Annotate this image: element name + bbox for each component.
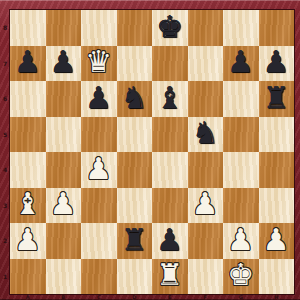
square-a5[interactable]	[10, 117, 46, 153]
piece-white-queen-c7[interactable]: ♛	[85, 47, 112, 77]
rank-label-7: 7	[0, 46, 10, 82]
chess-board: ♚♟♟♛♟♟♟♞♝♜♞♟♝♟♟♟♜♟♟♟♜♚	[10, 10, 294, 294]
square-e8[interactable]: ♚	[152, 10, 188, 46]
square-b4[interactable]	[46, 152, 82, 188]
square-b7[interactable]: ♟	[46, 46, 82, 82]
chess-board-frame: ♚♟♟♛♟♟♟♞♝♜♞♟♝♟♟♟♜♟♟♟♜♚ 87654321 ABCDEFGH	[0, 0, 300, 300]
file-label-b: B	[46, 294, 82, 300]
piece-black-knight-f5[interactable]: ♞	[192, 118, 219, 148]
square-h7[interactable]: ♟	[259, 46, 295, 82]
piece-white-pawn-f3[interactable]: ♟	[192, 189, 219, 219]
piece-black-bishop-e6[interactable]: ♝	[156, 83, 183, 113]
rank-label-6: 6	[0, 81, 10, 117]
square-f8[interactable]	[188, 10, 224, 46]
square-d6[interactable]: ♞	[117, 81, 153, 117]
file-label-c: C	[81, 294, 117, 300]
file-label-f: F	[188, 294, 224, 300]
square-b3[interactable]: ♟	[46, 188, 82, 224]
square-f1[interactable]	[188, 259, 224, 295]
square-h4[interactable]	[259, 152, 295, 188]
square-b1[interactable]	[46, 259, 82, 295]
square-c4[interactable]: ♟	[81, 152, 117, 188]
square-a6[interactable]	[10, 81, 46, 117]
piece-white-pawn-a2[interactable]: ♟	[14, 225, 41, 255]
square-h3[interactable]	[259, 188, 295, 224]
square-g7[interactable]: ♟	[223, 46, 259, 82]
piece-black-king-e8[interactable]: ♚	[156, 12, 183, 42]
square-g3[interactable]	[223, 188, 259, 224]
square-f2[interactable]	[188, 223, 224, 259]
square-d4[interactable]	[117, 152, 153, 188]
square-g1[interactable]: ♚	[223, 259, 259, 295]
square-e4[interactable]	[152, 152, 188, 188]
square-c6[interactable]: ♟	[81, 81, 117, 117]
square-g2[interactable]: ♟	[223, 223, 259, 259]
square-c7[interactable]: ♛	[81, 46, 117, 82]
square-c5[interactable]	[81, 117, 117, 153]
piece-black-pawn-h7[interactable]: ♟	[263, 47, 290, 77]
square-h1[interactable]	[259, 259, 295, 295]
piece-white-king-g1[interactable]: ♚	[227, 260, 254, 290]
rank-label-5: 5	[0, 117, 10, 153]
piece-black-pawn-b7[interactable]: ♟	[50, 47, 77, 77]
piece-black-pawn-e2[interactable]: ♟	[156, 225, 183, 255]
square-b6[interactable]	[46, 81, 82, 117]
square-e7[interactable]	[152, 46, 188, 82]
file-label-e: E	[152, 294, 188, 300]
piece-black-knight-d6[interactable]: ♞	[121, 83, 148, 113]
square-f5[interactable]: ♞	[188, 117, 224, 153]
square-a1[interactable]	[10, 259, 46, 295]
square-h6[interactable]: ♜	[259, 81, 295, 117]
square-c8[interactable]	[81, 10, 117, 46]
rank-label-3: 3	[0, 188, 10, 224]
square-a3[interactable]: ♝	[10, 188, 46, 224]
square-f6[interactable]	[188, 81, 224, 117]
piece-white-bishop-a3[interactable]: ♝	[14, 189, 41, 219]
square-d8[interactable]	[117, 10, 153, 46]
square-g6[interactable]	[223, 81, 259, 117]
square-a2[interactable]: ♟	[10, 223, 46, 259]
rank-label-1: 1	[0, 259, 10, 295]
piece-black-pawn-g7[interactable]: ♟	[227, 47, 254, 77]
square-a7[interactable]: ♟	[10, 46, 46, 82]
piece-white-pawn-c4[interactable]: ♟	[85, 154, 112, 184]
square-b5[interactable]	[46, 117, 82, 153]
square-h2[interactable]: ♟	[259, 223, 295, 259]
piece-white-pawn-h2[interactable]: ♟	[263, 225, 290, 255]
file-label-d: D	[117, 294, 153, 300]
square-c1[interactable]	[81, 259, 117, 295]
piece-black-pawn-c6[interactable]: ♟	[85, 83, 112, 113]
file-label-g: G	[223, 294, 259, 300]
rank-label-8: 8	[0, 10, 10, 46]
piece-black-rook-d2[interactable]: ♜	[121, 225, 148, 255]
square-g8[interactable]	[223, 10, 259, 46]
file-label-h: H	[259, 294, 295, 300]
rank-label-2: 2	[0, 223, 10, 259]
piece-white-pawn-g2[interactable]: ♟	[227, 225, 254, 255]
square-h8[interactable]	[259, 10, 295, 46]
square-c2[interactable]	[81, 223, 117, 259]
square-e5[interactable]	[152, 117, 188, 153]
square-e1[interactable]: ♜	[152, 259, 188, 295]
square-d3[interactable]	[117, 188, 153, 224]
piece-black-pawn-a7[interactable]: ♟	[14, 47, 41, 77]
square-c3[interactable]	[81, 188, 117, 224]
square-e2[interactable]: ♟	[152, 223, 188, 259]
piece-white-rook-e1[interactable]: ♜	[156, 260, 183, 290]
square-f4[interactable]	[188, 152, 224, 188]
square-f7[interactable]	[188, 46, 224, 82]
rank-label-4: 4	[0, 152, 10, 188]
square-h5[interactable]	[259, 117, 295, 153]
file-label-a: A	[10, 294, 46, 300]
square-e3[interactable]	[152, 188, 188, 224]
piece-black-rook-h6[interactable]: ♜	[263, 83, 290, 113]
square-a8[interactable]	[10, 10, 46, 46]
square-f3[interactable]: ♟	[188, 188, 224, 224]
square-b2[interactable]	[46, 223, 82, 259]
square-d7[interactable]	[117, 46, 153, 82]
piece-white-pawn-b3[interactable]: ♟	[50, 189, 77, 219]
square-d5[interactable]	[117, 117, 153, 153]
square-d1[interactable]	[117, 259, 153, 295]
square-b8[interactable]	[46, 10, 82, 46]
square-g5[interactable]	[223, 117, 259, 153]
square-d2[interactable]: ♜	[117, 223, 153, 259]
square-g4[interactable]	[223, 152, 259, 188]
square-e6[interactable]: ♝	[152, 81, 188, 117]
square-a4[interactable]	[10, 152, 46, 188]
